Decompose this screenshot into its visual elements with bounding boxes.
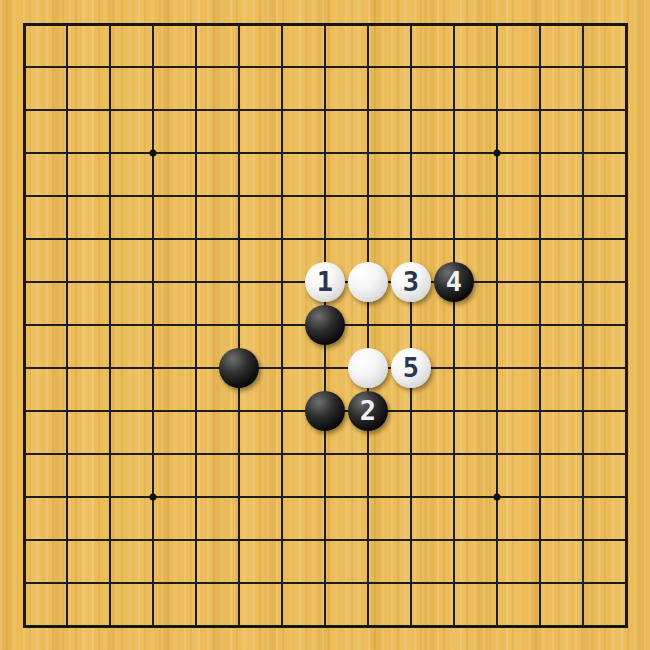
- grid-line-horizontal: [24, 367, 46, 369]
- intersection-1-5[interactable]: [46, 218, 89, 261]
- intersection-0-2[interactable]: [3, 89, 46, 132]
- stone-white: [348, 262, 388, 302]
- grid-line-vertical: [152, 347, 154, 390]
- intersection-0-13[interactable]: [3, 562, 46, 605]
- intersection-5-3[interactable]: [218, 132, 261, 175]
- intersection-1-11[interactable]: [46, 476, 89, 519]
- intersection-12-8[interactable]: [519, 347, 562, 390]
- intersection-4-14[interactable]: [175, 605, 218, 648]
- grid-line-vertical: [625, 519, 627, 562]
- intersection-14-14[interactable]: [605, 605, 648, 648]
- intersection-11-10[interactable]: [476, 433, 519, 476]
- intersection-5-12[interactable]: [218, 519, 261, 562]
- intersection-9-10[interactable]: [390, 433, 433, 476]
- stone-white-move-5: 5: [391, 348, 431, 388]
- grid-line-horizontal: [605, 324, 627, 326]
- grid-line-vertical: [66, 218, 68, 261]
- intersection-6-13[interactable]: [261, 562, 304, 605]
- grid-line-horizontal: [605, 410, 627, 412]
- intersection-6-3[interactable]: [261, 132, 304, 175]
- intersection-5-4[interactable]: [218, 175, 261, 218]
- grid-line-vertical: [152, 89, 154, 132]
- intersection-13-11[interactable]: [562, 476, 605, 519]
- intersection-5-10[interactable]: [218, 433, 261, 476]
- intersection-13-12[interactable]: [562, 519, 605, 562]
- grid-line-horizontal: [24, 23, 46, 25]
- intersection-7-12[interactable]: [304, 519, 347, 562]
- grid-line-vertical: [625, 562, 627, 605]
- grid-line-horizontal: [605, 582, 627, 584]
- intersection-11-8[interactable]: [476, 347, 519, 390]
- intersection-4-12[interactable]: [175, 519, 218, 562]
- grid-line-vertical: [410, 175, 412, 218]
- grid-line-vertical: [195, 218, 197, 261]
- intersection-13-13[interactable]: [562, 562, 605, 605]
- grid-line-vertical: [453, 605, 455, 627]
- grid-line-vertical: [625, 89, 627, 132]
- intersection-13-2[interactable]: [562, 89, 605, 132]
- grid-line-vertical: [625, 46, 627, 89]
- intersection-14-10[interactable]: [605, 433, 648, 476]
- intersection-13-3[interactable]: [562, 132, 605, 175]
- intersection-4-10[interactable]: [175, 433, 218, 476]
- intersection-6-11[interactable]: [261, 476, 304, 519]
- intersection-7-2[interactable]: [304, 89, 347, 132]
- intersection-5-13[interactable]: [218, 562, 261, 605]
- intersection-3-12[interactable]: [132, 519, 175, 562]
- intersection-12-0[interactable]: [519, 3, 562, 46]
- intersection-1-0[interactable]: [46, 3, 89, 46]
- grid-line-vertical: [281, 347, 283, 390]
- grid-line-vertical: [582, 347, 584, 390]
- intersection-10-4[interactable]: [433, 175, 476, 218]
- intersection-11-1[interactable]: [476, 46, 519, 89]
- intersection-6-7[interactable]: [261, 304, 304, 347]
- intersection-8-4[interactable]: [347, 175, 390, 218]
- intersection-8-3[interactable]: [347, 132, 390, 175]
- grid-line-vertical: [195, 24, 197, 46]
- grid-line-vertical: [238, 519, 240, 562]
- grid-line-vertical: [539, 24, 541, 46]
- intersection-13-9[interactable]: [562, 390, 605, 433]
- intersection-9-11[interactable]: [390, 476, 433, 519]
- stone-black: [305, 391, 345, 431]
- intersection-12-6[interactable]: [519, 261, 562, 304]
- intersection-2-2[interactable]: [89, 89, 132, 132]
- intersection-3-14[interactable]: [132, 605, 175, 648]
- intersection-11-12[interactable]: [476, 519, 519, 562]
- intersection-11-14[interactable]: [476, 605, 519, 648]
- intersection-4-8[interactable]: [175, 347, 218, 390]
- intersection-0-3[interactable]: [3, 132, 46, 175]
- intersection-12-12[interactable]: [519, 519, 562, 562]
- grid-line-vertical: [324, 433, 326, 476]
- intersection-4-7[interactable]: [175, 304, 218, 347]
- intersection-0-0[interactable]: [3, 3, 46, 46]
- grid-line-vertical: [367, 519, 369, 562]
- grid-line-vertical: [539, 476, 541, 519]
- intersection-7-1[interactable]: [304, 46, 347, 89]
- intersection-8-2[interactable]: [347, 89, 390, 132]
- intersection-9-13[interactable]: [390, 562, 433, 605]
- grid-line-vertical: [23, 175, 25, 218]
- intersection-10-10[interactable]: [433, 433, 476, 476]
- intersection-1-2[interactable]: [46, 89, 89, 132]
- grid-line-vertical: [367, 175, 369, 218]
- star-point: [150, 150, 157, 157]
- intersection-11-5[interactable]: [476, 218, 519, 261]
- grid-line-vertical: [410, 476, 412, 519]
- intersection-3-6[interactable]: [132, 261, 175, 304]
- grid-line-vertical: [152, 175, 154, 218]
- intersection-8-12[interactable]: [347, 519, 390, 562]
- grid-line-vertical: [152, 261, 154, 304]
- intersection-10-2[interactable]: [433, 89, 476, 132]
- intersection-14-1[interactable]: [605, 46, 648, 89]
- grid-line-vertical: [195, 476, 197, 519]
- intersection-2-10[interactable]: [89, 433, 132, 476]
- intersection-14-11[interactable]: [605, 476, 648, 519]
- intersection-6-0[interactable]: [261, 3, 304, 46]
- intersection-14-2[interactable]: [605, 89, 648, 132]
- intersection-14-12[interactable]: [605, 519, 648, 562]
- grid-line-vertical: [281, 476, 283, 519]
- intersection-10-11[interactable]: [433, 476, 476, 519]
- intersection-2-8[interactable]: [89, 347, 132, 390]
- star-point: [494, 150, 501, 157]
- intersection-4-6[interactable]: [175, 261, 218, 304]
- intersection-8-13[interactable]: [347, 562, 390, 605]
- intersection-14-13[interactable]: [605, 562, 648, 605]
- intersection-9-2[interactable]: [390, 89, 433, 132]
- intersection-7-4[interactable]: [304, 175, 347, 218]
- grid-line-vertical: [496, 562, 498, 605]
- intersection-8-1[interactable]: [347, 46, 390, 89]
- grid-line-vertical: [582, 390, 584, 433]
- grid-line-vertical: [539, 132, 541, 175]
- grid-line-vertical: [152, 218, 154, 261]
- stone-move-number: 4: [446, 268, 462, 295]
- intersection-12-10[interactable]: [519, 433, 562, 476]
- intersection-11-0[interactable]: [476, 3, 519, 46]
- intersection-6-4[interactable]: [261, 175, 304, 218]
- intersection-12-7[interactable]: [519, 304, 562, 347]
- grid-line-vertical: [625, 476, 627, 519]
- intersection-10-12[interactable]: [433, 519, 476, 562]
- intersection-12-4[interactable]: [519, 175, 562, 218]
- intersection-7-13[interactable]: [304, 562, 347, 605]
- intersection-8-11[interactable]: [347, 476, 390, 519]
- intersection-0-1[interactable]: [3, 46, 46, 89]
- grid-line-vertical: [324, 476, 326, 519]
- intersection-4-11[interactable]: [175, 476, 218, 519]
- intersection-0-4[interactable]: [3, 175, 46, 218]
- grid-line-vertical: [238, 218, 240, 261]
- intersection-13-8[interactable]: [562, 347, 605, 390]
- intersection-7-14[interactable]: [304, 605, 347, 648]
- grid-line-horizontal: [605, 539, 627, 541]
- grid-line-vertical: [410, 218, 412, 261]
- intersection-12-9[interactable]: [519, 390, 562, 433]
- intersection-6-14[interactable]: [261, 605, 304, 648]
- grid-line-vertical: [66, 347, 68, 390]
- intersection-2-14[interactable]: [89, 605, 132, 648]
- intersection-3-5[interactable]: [132, 218, 175, 261]
- intersection-5-5[interactable]: [218, 218, 261, 261]
- grid-line-vertical: [625, 218, 627, 261]
- intersection-3-1[interactable]: [132, 46, 175, 89]
- stone-black-move-4: 4: [434, 262, 474, 302]
- intersection-14-0[interactable]: [605, 3, 648, 46]
- intersection-9-7[interactable]: [390, 304, 433, 347]
- grid-line-vertical: [23, 476, 25, 519]
- grid-line-horizontal: [605, 152, 627, 154]
- intersection-13-7[interactable]: [562, 304, 605, 347]
- intersection-4-4[interactable]: [175, 175, 218, 218]
- grid-line-vertical: [367, 24, 369, 46]
- intersection-0-9[interactable]: [3, 390, 46, 433]
- intersection-0-12[interactable]: [3, 519, 46, 562]
- grid-line-vertical: [367, 218, 369, 261]
- intersection-1-7[interactable]: [46, 304, 89, 347]
- intersection-9-5[interactable]: [390, 218, 433, 261]
- grid-line-vertical: [109, 476, 111, 519]
- intersection-0-11[interactable]: [3, 476, 46, 519]
- grid-line-vertical: [453, 24, 455, 46]
- intersection-10-7[interactable]: [433, 304, 476, 347]
- intersection-11-4[interactable]: [476, 175, 519, 218]
- grid-line-horizontal: [24, 453, 46, 455]
- grid-line-vertical: [238, 605, 240, 627]
- intersection-13-10[interactable]: [562, 433, 605, 476]
- intersection-8-0[interactable]: [347, 3, 390, 46]
- grid-line-vertical: [195, 433, 197, 476]
- intersection-4-0[interactable]: [175, 3, 218, 46]
- intersection-2-5[interactable]: [89, 218, 132, 261]
- intersection-8-10[interactable]: [347, 433, 390, 476]
- intersection-8-5[interactable]: [347, 218, 390, 261]
- intersection-5-7[interactable]: [218, 304, 261, 347]
- intersection-0-8[interactable]: [3, 347, 46, 390]
- intersection-14-5[interactable]: [605, 218, 648, 261]
- intersection-14-6[interactable]: [605, 261, 648, 304]
- intersection-3-8[interactable]: [132, 347, 175, 390]
- intersection-0-5[interactable]: [3, 218, 46, 261]
- grid-line-vertical: [152, 605, 154, 627]
- intersection-5-2[interactable]: [218, 89, 261, 132]
- intersection-1-13[interactable]: [46, 562, 89, 605]
- intersection-2-13[interactable]: [89, 562, 132, 605]
- intersection-13-6[interactable]: [562, 261, 605, 304]
- intersection-1-10[interactable]: [46, 433, 89, 476]
- intersection-10-5[interactable]: [433, 218, 476, 261]
- intersection-13-0[interactable]: [562, 3, 605, 46]
- intersection-6-12[interactable]: [261, 519, 304, 562]
- intersection-7-5[interactable]: [304, 218, 347, 261]
- intersection-6-1[interactable]: [261, 46, 304, 89]
- intersection-14-3[interactable]: [605, 132, 648, 175]
- intersection-4-2[interactable]: [175, 89, 218, 132]
- intersection-5-9[interactable]: [218, 390, 261, 433]
- intersection-7-3[interactable]: [304, 132, 347, 175]
- intersection-4-3[interactable]: [175, 132, 218, 175]
- intersection-9-12[interactable]: [390, 519, 433, 562]
- intersection-5-1[interactable]: [218, 46, 261, 89]
- intersection-11-6[interactable]: [476, 261, 519, 304]
- grid-line-vertical: [367, 562, 369, 605]
- intersection-3-7[interactable]: [132, 304, 175, 347]
- intersection-7-11[interactable]: [304, 476, 347, 519]
- intersection-7-0[interactable]: [304, 3, 347, 46]
- intersection-5-11[interactable]: [218, 476, 261, 519]
- intersection-13-4[interactable]: [562, 175, 605, 218]
- intersection-13-1[interactable]: [562, 46, 605, 89]
- intersection-2-1[interactable]: [89, 46, 132, 89]
- intersection-0-6[interactable]: [3, 261, 46, 304]
- intersection-12-3[interactable]: [519, 132, 562, 175]
- grid-line-vertical: [281, 605, 283, 627]
- intersection-1-6[interactable]: [46, 261, 89, 304]
- intersection-2-0[interactable]: [89, 3, 132, 46]
- grid-line-vertical: [496, 261, 498, 304]
- intersection-3-9[interactable]: [132, 390, 175, 433]
- intersection-6-6[interactable]: [261, 261, 304, 304]
- intersection-6-9[interactable]: [261, 390, 304, 433]
- grid-line-vertical: [539, 46, 541, 89]
- intersection-9-0[interactable]: [390, 3, 433, 46]
- intersection-1-8[interactable]: [46, 347, 89, 390]
- intersection-2-9[interactable]: [89, 390, 132, 433]
- grid-line-vertical: [152, 562, 154, 605]
- intersection-1-3[interactable]: [46, 132, 89, 175]
- intersection-3-2[interactable]: [132, 89, 175, 132]
- intersection-10-13[interactable]: [433, 562, 476, 605]
- intersection-6-5[interactable]: [261, 218, 304, 261]
- grid-line-vertical: [625, 175, 627, 218]
- intersection-10-3[interactable]: [433, 132, 476, 175]
- intersection-3-13[interactable]: [132, 562, 175, 605]
- grid-line-vertical: [410, 433, 412, 476]
- intersection-11-9[interactable]: [476, 390, 519, 433]
- intersection-8-14[interactable]: [347, 605, 390, 648]
- intersection-4-1[interactable]: [175, 46, 218, 89]
- grid-line-vertical: [66, 46, 68, 89]
- grid-line-vertical: [324, 562, 326, 605]
- intersection-2-12[interactable]: [89, 519, 132, 562]
- intersection-4-5[interactable]: [175, 218, 218, 261]
- grid-line-vertical: [582, 175, 584, 218]
- grid-line-vertical: [496, 304, 498, 347]
- intersection-2-4[interactable]: [89, 175, 132, 218]
- intersection-10-14[interactable]: [433, 605, 476, 648]
- intersection-13-14[interactable]: [562, 605, 605, 648]
- intersection-3-4[interactable]: [132, 175, 175, 218]
- intersection-6-2[interactable]: [261, 89, 304, 132]
- intersection-4-9[interactable]: [175, 390, 218, 433]
- intersection-12-11[interactable]: [519, 476, 562, 519]
- intersection-11-7[interactable]: [476, 304, 519, 347]
- grid-line-vertical: [281, 46, 283, 89]
- intersection-9-3[interactable]: [390, 132, 433, 175]
- grid-line-vertical: [66, 261, 68, 304]
- intersection-11-13[interactable]: [476, 562, 519, 605]
- intersection-8-7[interactable]: [347, 304, 390, 347]
- intersection-11-2[interactable]: [476, 89, 519, 132]
- intersection-9-1[interactable]: [390, 46, 433, 89]
- grid-line-horizontal: [24, 582, 46, 584]
- grid-line-vertical: [367, 132, 369, 175]
- intersection-1-9[interactable]: [46, 390, 89, 433]
- intersection-5-0[interactable]: [218, 3, 261, 46]
- grid-line-vertical: [410, 605, 412, 627]
- intersection-12-2[interactable]: [519, 89, 562, 132]
- intersection-9-9[interactable]: [390, 390, 433, 433]
- intersection-6-10[interactable]: [261, 433, 304, 476]
- intersection-0-10[interactable]: [3, 433, 46, 476]
- intersection-5-14[interactable]: [218, 605, 261, 648]
- grid-line-vertical: [582, 519, 584, 562]
- intersection-9-4[interactable]: [390, 175, 433, 218]
- intersection-1-14[interactable]: [46, 605, 89, 648]
- grid-line-vertical: [582, 476, 584, 519]
- intersection-2-6[interactable]: [89, 261, 132, 304]
- intersection-14-9[interactable]: [605, 390, 648, 433]
- intersection-12-14[interactable]: [519, 605, 562, 648]
- intersection-1-1[interactable]: [46, 46, 89, 89]
- intersection-3-10[interactable]: [132, 433, 175, 476]
- intersection-2-3[interactable]: [89, 132, 132, 175]
- intersection-0-7[interactable]: [3, 304, 46, 347]
- intersection-1-12[interactable]: [46, 519, 89, 562]
- intersection-7-8[interactable]: [304, 347, 347, 390]
- grid-line-vertical: [453, 175, 455, 218]
- intersection-9-14[interactable]: [390, 605, 433, 648]
- intersection-10-8[interactable]: [433, 347, 476, 390]
- intersection-5-6[interactable]: [218, 261, 261, 304]
- grid-line-vertical: [539, 390, 541, 433]
- intersection-13-5[interactable]: [562, 218, 605, 261]
- intersection-12-1[interactable]: [519, 46, 562, 89]
- intersection-6-8[interactable]: [261, 347, 304, 390]
- grid-line-vertical: [324, 605, 326, 627]
- grid-line-vertical: [23, 24, 25, 46]
- grid-line-vertical: [410, 304, 412, 347]
- intersection-14-7[interactable]: [605, 304, 648, 347]
- grid-line-vertical: [453, 304, 455, 347]
- intersection-14-4[interactable]: [605, 175, 648, 218]
- intersection-2-7[interactable]: [89, 304, 132, 347]
- grid-line-vertical: [109, 605, 111, 627]
- stone-move-number: 1: [317, 268, 333, 295]
- intersection-10-0[interactable]: [433, 3, 476, 46]
- intersection-12-13[interactable]: [519, 562, 562, 605]
- intersection-7-10[interactable]: [304, 433, 347, 476]
- intersection-12-5[interactable]: [519, 218, 562, 261]
- intersection-4-13[interactable]: [175, 562, 218, 605]
- intersection-3-0[interactable]: [132, 3, 175, 46]
- grid-line-vertical: [23, 261, 25, 304]
- intersection-0-14[interactable]: [3, 605, 46, 648]
- intersection-10-1[interactable]: [433, 46, 476, 89]
- intersection-2-11[interactable]: [89, 476, 132, 519]
- grid-line-horizontal: [24, 281, 46, 283]
- intersection-1-4[interactable]: [46, 175, 89, 218]
- grid-line-vertical: [109, 304, 111, 347]
- intersection-14-8[interactable]: [605, 347, 648, 390]
- intersection-10-9[interactable]: [433, 390, 476, 433]
- grid-line-vertical: [109, 390, 111, 433]
- grid-line-vertical: [582, 24, 584, 46]
